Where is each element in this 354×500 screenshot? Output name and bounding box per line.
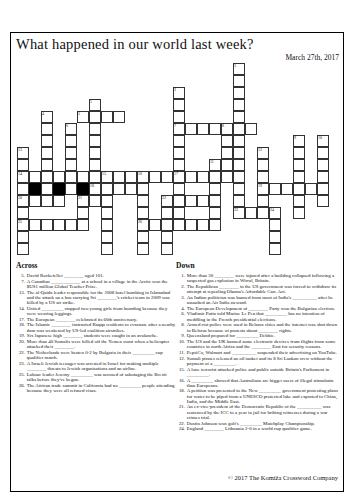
grid-cell[interactable]	[317, 183, 329, 195]
grid-cell[interactable]	[221, 147, 233, 159]
grid-cell[interactable]	[221, 159, 233, 171]
grid-cell[interactable]	[269, 243, 281, 255]
clue-text: The US and the UK banned some electronic…	[187, 339, 340, 349]
grid-cell[interactable]	[17, 183, 29, 195]
clue-item: 19.Six Japanese high ________ students w…	[16, 333, 176, 338]
cell-number: 13	[18, 148, 22, 152]
grid-cell[interactable]	[185, 123, 197, 135]
grid-cell[interactable]	[197, 219, 209, 231]
cell-number: 6	[66, 124, 68, 128]
grid-cell[interactable]	[257, 207, 269, 219]
grid-cell[interactable]	[233, 147, 245, 159]
grid-cell[interactable]	[17, 243, 29, 255]
grid-cell[interactable]	[233, 195, 245, 207]
grid-cell[interactable]	[185, 195, 197, 207]
clue-item: 2.The Republican ________ in the US gove…	[176, 284, 340, 294]
clue-item: 25.Labour leader Jeremy _________ was ac…	[16, 372, 176, 382]
cell-number: 26	[138, 220, 142, 224]
grid-cell[interactable]	[77, 219, 89, 231]
clue-number: 6.	[176, 311, 187, 321]
clue-number: 25.	[16, 372, 27, 382]
grid-cell[interactable]	[65, 171, 77, 183]
copyright-footer: © 2017 The Komiža Crossword Company	[228, 474, 338, 481]
clue-text: Armed riot police were used in Belarus c…	[187, 322, 340, 332]
clue-item: 13.The al-Qaida leader responsible for t…	[16, 290, 176, 305]
grid-cell[interactable]	[293, 195, 305, 207]
clue-number: 14.	[16, 306, 27, 316]
grid-cell[interactable]	[185, 219, 197, 231]
clue-item: 16.A _________ showed that Australians a…	[176, 378, 340, 388]
grid-cell[interactable]	[29, 195, 41, 207]
black-cell	[53, 183, 65, 195]
grid-cell[interactable]	[257, 195, 269, 207]
cell-number: 18	[90, 184, 94, 188]
grid-cell[interactable]	[101, 183, 113, 195]
clue-text: The al-Qaida leader responsible for the …	[27, 290, 176, 305]
grid-cell[interactable]	[173, 111, 185, 123]
clue-item: 21.An ex-vice-president of the Democrati…	[176, 404, 340, 419]
grid-cell[interactable]	[29, 171, 41, 183]
grid-cell[interactable]	[113, 171, 125, 183]
grid-cell[interactable]	[293, 207, 305, 219]
across-clue-list: 5.David Rockefeller ________ aged 101.7.…	[16, 273, 176, 393]
grid-cell[interactable]	[293, 183, 305, 195]
clue-item: 10.The US and the UK banned some electro…	[176, 339, 340, 349]
grid-cell[interactable]	[41, 123, 53, 135]
grid-cell[interactable]	[245, 207, 257, 219]
grid-cell[interactable]	[161, 231, 173, 243]
grid-cell[interactable]	[185, 171, 197, 183]
clue-text: An ex-vice-president of the Democratic R…	[187, 404, 340, 419]
across-header: Across	[16, 262, 176, 270]
clue-number: 18.	[176, 388, 187, 403]
grid-cell[interactable]	[173, 195, 185, 207]
black-cell	[77, 183, 89, 195]
clue-number: 5.	[16, 273, 27, 278]
clue-number: 3.	[176, 295, 187, 305]
clue-text: United _________ stopped two young girls…	[27, 306, 176, 316]
grid-cell[interactable]	[137, 183, 149, 195]
grid-cell[interactable]	[233, 87, 245, 99]
grid-cell[interactable]	[65, 219, 77, 231]
clue-number: 19.	[16, 333, 27, 338]
grid-cell[interactable]	[161, 171, 173, 183]
clue-number: 15.	[176, 367, 187, 377]
grid-cell[interactable]	[197, 171, 209, 183]
grid-cell[interactable]	[17, 231, 29, 243]
clue-text: A petition was presented to the New ____…	[187, 388, 340, 403]
cell-number: 15	[102, 172, 106, 176]
grid-cell[interactable]	[89, 111, 101, 123]
grid-cell[interactable]	[173, 99, 185, 111]
cell-number: 4	[42, 112, 44, 116]
down-header: Down	[176, 262, 340, 270]
crossword-grid: 1234567891011121314151617181920212223242…	[17, 63, 329, 255]
grid-cell[interactable]	[41, 219, 53, 231]
grid-cell[interactable]	[101, 243, 113, 255]
grid-cell[interactable]	[77, 207, 89, 219]
grid-cell[interactable]	[173, 207, 185, 219]
grid-cell[interactable]	[209, 195, 221, 207]
clue-number: 22.	[16, 350, 27, 360]
grid-cell[interactable]	[209, 183, 221, 195]
grid-cell[interactable]	[41, 147, 53, 159]
clue-item: 12.Somali pirates released an oil tanker…	[176, 356, 340, 366]
grid-cell[interactable]	[89, 123, 101, 135]
grid-cell[interactable]	[41, 195, 53, 207]
grid-cell[interactable]	[233, 159, 245, 171]
cell-number: 14	[18, 172, 22, 176]
grid-cell[interactable]	[89, 147, 101, 159]
grid-cell[interactable]	[233, 75, 245, 87]
clue-number: 2.	[176, 284, 187, 294]
cell-number: 11	[210, 160, 214, 164]
clue-text: A Canadian ____________ at a school in a…	[27, 279, 176, 289]
grid-cell[interactable]	[293, 171, 305, 183]
clue-number: 1.	[176, 273, 187, 283]
clue-text: A Israeli Jewish teenager was arrested i…	[27, 361, 176, 371]
clue-text: Vladimir Putin told Marine Le Pen that _…	[187, 311, 340, 321]
clue-text: The Republican ________ in the US govern…	[187, 284, 340, 294]
grid-cell[interactable]	[41, 171, 53, 183]
clue-text: Queensland prepared for _________ Debbie…	[187, 333, 340, 338]
clue-number: 16.	[176, 378, 187, 388]
grid-cell[interactable]	[161, 207, 173, 219]
clue-item: 18.A petition was presented to the New _…	[176, 388, 340, 403]
clue-item: 26.The African trade summit in Californi…	[16, 383, 176, 393]
clue-text: David Rockefeller ________ aged 101.	[27, 273, 176, 278]
grid-cell[interactable]	[305, 183, 317, 195]
clue-text: England ________ Lithuania 2-0 in a worl…	[187, 426, 340, 431]
clue-item: 18.The Islamic ________ instructed Raqqa…	[16, 322, 176, 332]
grid-cell[interactable]	[101, 231, 113, 243]
grid-cell[interactable]	[197, 195, 209, 207]
grid-cell[interactable]	[269, 183, 281, 195]
grid-cell[interactable]	[137, 207, 149, 219]
clue-number: 12.	[176, 356, 187, 366]
grid-cell[interactable]	[41, 135, 53, 147]
grid-cell[interactable]	[173, 159, 185, 171]
grid-cell[interactable]	[65, 183, 77, 195]
clue-item: 23.A Israeli Jewish teenager was arreste…	[16, 361, 176, 371]
clue-number: 11.	[176, 350, 187, 355]
clue-text: More than 30 ________ were injured after…	[187, 273, 340, 283]
grid-cell[interactable]	[209, 207, 221, 219]
clue-number: 13.	[16, 290, 27, 305]
clue-item: 9.Queensland prepared for _________ Debb…	[176, 333, 340, 338]
clue-text: The Netherlands were beaten 0-2 by Bulga…	[27, 350, 176, 360]
grid-cell[interactable]	[89, 159, 101, 171]
cell-number: 3	[234, 64, 236, 68]
grid-cell[interactable]	[53, 171, 65, 183]
clue-item: 4.The European Development of ________ P…	[176, 306, 340, 311]
page-title: What happened in our world last week?	[16, 36, 254, 53]
grid-cell[interactable]	[257, 159, 269, 171]
grid-cell[interactable]	[221, 171, 233, 183]
cell-number: 22	[162, 196, 166, 200]
clue-item: 20.More than 40 Somalis were killed off …	[16, 339, 176, 349]
grid-cell[interactable]	[317, 195, 329, 207]
grid-cell[interactable]	[101, 219, 113, 231]
grid-cell[interactable]	[89, 135, 101, 147]
grid-cell[interactable]	[125, 183, 137, 195]
grid-cell[interactable]	[137, 195, 149, 207]
black-cell	[29, 183, 41, 195]
grid-cell[interactable]	[173, 147, 185, 159]
grid-cell[interactable]	[233, 183, 245, 195]
clue-item: 15.A lone terrorist attacked police and …	[176, 367, 340, 377]
grid-cell[interactable]	[41, 159, 53, 171]
grid-cell[interactable]	[17, 159, 29, 171]
cell-number: 20	[18, 196, 22, 200]
grid-cell[interactable]	[257, 171, 269, 183]
grid-cell[interactable]	[317, 147, 329, 159]
clue-item: 22.Dustin Johnson won golf's _________ M…	[176, 421, 340, 426]
clue-item: 17.The European ________ celebrated its …	[16, 317, 176, 322]
grid-cell[interactable]	[233, 171, 245, 183]
clue-number: 7.	[16, 279, 27, 289]
cell-number: 24	[270, 208, 274, 212]
grid-cell[interactable]	[173, 135, 185, 147]
clue-text: A lone terrorist attacked police and pub…	[187, 367, 340, 377]
clue-text: The European Development of ________ Par…	[187, 306, 340, 311]
cell-number: 16	[138, 172, 142, 176]
grid-cell[interactable]	[53, 219, 65, 231]
cell-number: 1	[90, 100, 92, 104]
grid-cell[interactable]	[137, 243, 149, 255]
clue-text: An Indian politician was banned from mos…	[187, 295, 340, 305]
clue-number: 9.	[176, 333, 187, 338]
clue-text: PepsiCo, Walmart and __________ suspende…	[187, 350, 340, 355]
grid-cell[interactable]	[197, 123, 209, 135]
grid-cell[interactable]	[29, 219, 41, 231]
clue-item: 14.United _________ stopped two young gi…	[16, 306, 176, 316]
grid-cell[interactable]	[209, 123, 221, 135]
cell-number: 8	[222, 124, 224, 128]
clue-item: 11.PepsiCo, Walmart and __________ suspe…	[176, 350, 340, 355]
grid-cell[interactable]	[173, 219, 185, 231]
grid-cell[interactable]	[125, 171, 137, 183]
clue-number: 21.	[176, 404, 187, 419]
down-clue-list: 1.More than 30 ________ were injured aft…	[176, 273, 340, 431]
clue-text: The African trade summit in California h…	[27, 383, 176, 393]
grid-cell[interactable]	[209, 171, 221, 183]
across-clues-section: Across 5.David Rockefeller ________ aged…	[16, 262, 176, 394]
cell-number: 17	[174, 172, 178, 176]
grid-cell[interactable]	[269, 219, 281, 231]
grid-cell[interactable]	[281, 183, 293, 195]
clue-text: The Islamic ________ instructed Raqqa re…	[27, 322, 176, 332]
clue-text: Somali pirates released an oil tanker an…	[187, 356, 340, 366]
grid-cell[interactable]	[173, 183, 185, 195]
clue-number: 23.	[16, 361, 27, 371]
grid-cell[interactable]	[137, 231, 149, 243]
grid-cell[interactable]	[209, 219, 221, 231]
grid-cell[interactable]	[221, 135, 233, 147]
cell-number: 5	[78, 112, 80, 116]
grid-cell[interactable]	[65, 159, 77, 171]
page-date: March 27th, 2017	[285, 53, 339, 62]
clue-text: Six Japanese high ________ students were…	[27, 333, 176, 338]
cell-number: 2	[174, 88, 176, 92]
clue-number: 4.	[176, 306, 187, 311]
grid-cell[interactable]	[65, 135, 77, 147]
clue-item: 3.An Indian politician was banned from m…	[176, 295, 340, 305]
grid-cell[interactable]	[89, 171, 101, 183]
clue-number: 17.	[16, 317, 27, 322]
clue-item: 8.Armed riot police were used in Belarus…	[176, 322, 340, 332]
clue-text: Dustin Johnson won golf's _________ Matc…	[187, 421, 340, 426]
clue-number: 10.	[176, 339, 187, 349]
grid-cell[interactable]	[65, 147, 77, 159]
clue-number: 26.	[16, 383, 27, 393]
clue-item: 6.Vladimir Putin told Marine Le Pen that…	[176, 311, 340, 321]
clue-number: 24.	[176, 426, 187, 431]
grid-cell[interactable]	[101, 111, 113, 123]
grid-cell[interactable]	[293, 147, 305, 159]
grid-cell[interactable]	[113, 183, 125, 195]
cell-number: 10	[318, 136, 322, 140]
cell-number: 7	[174, 124, 176, 128]
grid-cell[interactable]	[269, 231, 281, 243]
grid-cell[interactable]	[233, 99, 245, 111]
clue-text: Labour leader Jeremy _________ was accus…	[27, 372, 176, 382]
clue-number: 22.	[176, 421, 187, 426]
grid-cell[interactable]	[233, 135, 245, 147]
clue-item: 24.England ________ Lithuania 2-0 in a w…	[176, 426, 340, 431]
grid-cell[interactable]	[41, 183, 53, 195]
grid-cell[interactable]	[149, 171, 161, 183]
clue-item: 22.The Netherlands were beaten 0-2 by Bu…	[16, 350, 176, 360]
down-clues-section: Down 1.More than 30 ________ were injure…	[176, 262, 340, 432]
grid-cell[interactable]	[317, 159, 329, 171]
grid-cell[interactable]	[53, 195, 65, 207]
cell-number: 23	[234, 208, 238, 212]
clue-text: More than 40 Somalis were killed off the…	[27, 339, 176, 349]
crossword-page: What happened in our world last week? Ma…	[0, 0, 354, 500]
grid-cell[interactable]	[89, 195, 101, 207]
grid-cell[interactable]	[101, 195, 113, 207]
clue-item: 5.David Rockefeller ________ aged 101.	[16, 273, 176, 278]
clue-text: A _________ showed that Australians are …	[187, 378, 340, 388]
clue-item: 7.A Canadian ____________ at a school in…	[16, 279, 176, 289]
cell-number: 12	[258, 148, 262, 152]
cell-number: 9	[294, 136, 296, 140]
grid-cell[interactable]	[149, 219, 161, 231]
clue-number: 18.	[16, 322, 27, 332]
grid-cell[interactable]	[77, 171, 89, 183]
grid-cell[interactable]	[161, 219, 173, 231]
grid-cell[interactable]	[293, 159, 305, 171]
grid-cell[interactable]	[233, 111, 245, 123]
cell-number: 19	[258, 184, 262, 188]
grid-cell[interactable]	[233, 123, 245, 135]
grid-cell[interactable]	[17, 207, 29, 219]
cell-number: 25	[18, 220, 22, 224]
clue-number: 8.	[176, 322, 187, 332]
grid-cell[interactable]	[113, 111, 125, 123]
grid-cell[interactable]	[161, 243, 173, 255]
clue-item: 1.More than 30 ________ were injured aft…	[176, 273, 340, 283]
grid-cell[interactable]	[317, 171, 329, 183]
cell-number: 21	[78, 196, 82, 200]
grid-cell[interactable]	[101, 207, 113, 219]
grid-cell[interactable]	[245, 123, 257, 135]
clue-number: 20.	[16, 339, 27, 349]
clue-text: The European ________ celebrated its 60t…	[27, 317, 176, 322]
